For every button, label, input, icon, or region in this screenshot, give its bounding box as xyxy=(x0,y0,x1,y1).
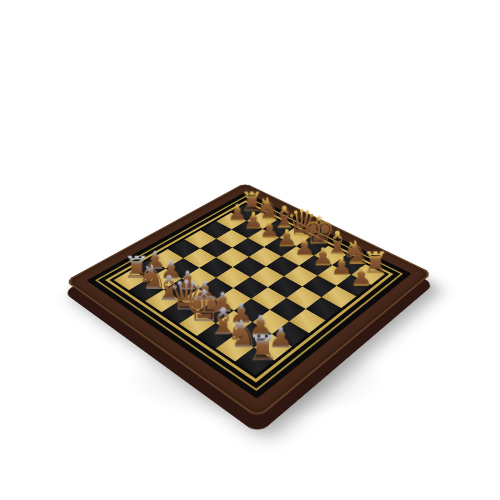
square-h8: ♜ xyxy=(235,348,274,376)
rook-glyph: ♜ xyxy=(247,331,278,366)
chess-set-product-photo: ♜♞♝♛♚♝♞♜♟♟♟♟♟♟♟♟♟♟♟♟♟♟♟♟♜♞♝♛♚♝♞♜ xyxy=(0,0,500,500)
piece-silver-rook-h8: ♜ xyxy=(237,331,288,366)
piece-gold-pawn-h2: ♟ xyxy=(339,264,384,290)
pawn-glyph: ♟ xyxy=(350,264,373,290)
